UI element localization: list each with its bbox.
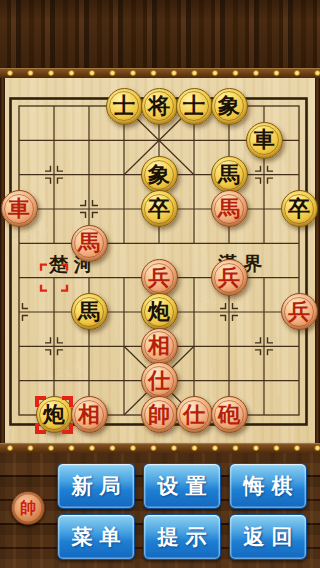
piece-red-general[interactable]: 帥 <box>141 396 178 433</box>
piece-black-cannon[interactable]: 炮 <box>36 396 73 433</box>
piece-red-horse[interactable]: 馬 <box>211 190 248 227</box>
piece-black-soldier[interactable]: 卒 <box>141 190 178 227</box>
undo-button[interactable]: 悔棋 <box>229 463 307 509</box>
piece-red-elephant[interactable]: 相 <box>71 396 108 433</box>
piece-black-advisor[interactable]: 士 <box>106 88 143 125</box>
piece-red-elephant[interactable]: 相 <box>141 328 178 365</box>
piece-black-advisor[interactable]: 士 <box>176 88 213 125</box>
settings-button[interactable]: 设置 <box>143 463 221 509</box>
menu-button[interactable]: 菜单 <box>57 514 135 560</box>
right-wood-edge <box>315 78 320 443</box>
rivet-dots <box>0 68 320 78</box>
bottom-rivet-strip <box>0 443 320 453</box>
piece-black-horse[interactable]: 馬 <box>211 156 248 193</box>
piece-red-chariot[interactable]: 車 <box>1 190 38 227</box>
piece-black-chariot[interactable]: 車 <box>246 122 283 159</box>
piece-black-cannon[interactable]: 炮 <box>141 293 178 330</box>
piece-black-general[interactable]: 将 <box>141 88 178 125</box>
top-rivet-strip <box>0 68 320 78</box>
piece-red-advisor[interactable]: 仕 <box>141 362 178 399</box>
piece-red-soldier[interactable]: 兵 <box>211 259 248 296</box>
back-button[interactable]: 返回 <box>229 514 307 560</box>
left-wood-edge <box>0 78 5 443</box>
piece-black-horse[interactable]: 馬 <box>71 293 108 330</box>
xiangqi-app-screen: 宇汉元 宇汉元 宇汉元 楚河 漢界 士将士象車象馬車卒馬卒馬兵兵馬炮兵相仕炮相帥… <box>0 0 320 568</box>
rivet-dots <box>0 443 320 453</box>
piece-red-cannon[interactable]: 砲 <box>211 396 248 433</box>
piece-red-advisor[interactable]: 仕 <box>176 396 213 433</box>
turn-indicator-piece: 帥 <box>11 491 45 525</box>
piece-red-horse[interactable]: 馬 <box>71 225 108 262</box>
watermark-text: 宇汉元 <box>45 356 90 393</box>
piece-black-soldier[interactable]: 卒 <box>281 190 318 227</box>
hint-button[interactable]: 提示 <box>143 514 221 560</box>
piece-red-soldier[interactable]: 兵 <box>141 259 178 296</box>
piece-black-elephant[interactable]: 象 <box>141 156 178 193</box>
top-wood-panel <box>0 0 320 68</box>
watermark-text: 宇汉元 <box>177 290 222 327</box>
piece-black-elephant[interactable]: 象 <box>211 88 248 125</box>
new-game-button[interactable]: 新局 <box>57 463 135 509</box>
piece-red-soldier[interactable]: 兵 <box>281 293 318 330</box>
